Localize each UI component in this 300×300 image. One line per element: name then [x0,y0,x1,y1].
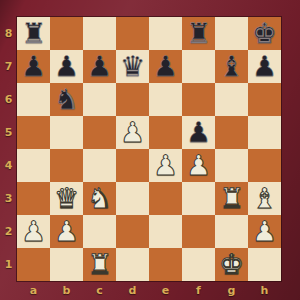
square-a4[interactable] [17,149,50,182]
piece-black-queen: ♛ [116,50,149,83]
square-b5[interactable] [50,116,83,149]
rank-label-7: 7 [0,50,17,83]
file-label-e: e [149,281,182,300]
square-f3[interactable] [182,182,215,215]
square-c7[interactable]: ♟ [83,50,116,83]
piece-white-pawn: ♟ [116,116,149,149]
square-b6[interactable]: ♞ [50,83,83,116]
square-b8[interactable] [50,17,83,50]
piece-white-rook: ♜ [215,182,248,215]
piece-black-bishop: ♝ [215,50,248,83]
square-h4[interactable] [248,149,281,182]
file-label-c: c [83,281,116,300]
piece-black-pawn: ♟ [182,116,215,149]
square-g3[interactable]: ♜ [215,182,248,215]
rank-label-4: 4 [0,149,17,182]
square-d5[interactable]: ♟ [116,116,149,149]
piece-black-pawn: ♟ [17,50,50,83]
rank-label-5: 5 [0,116,17,149]
piece-black-pawn: ♟ [149,50,182,83]
piece-white-king: ♚ [215,248,248,281]
square-e4[interactable]: ♟ [149,149,182,182]
square-h7[interactable]: ♟ [248,50,281,83]
square-c4[interactable] [83,149,116,182]
rank-label-8: 8 [0,17,17,50]
square-d7[interactable]: ♛ [116,50,149,83]
rank-label-3: 3 [0,182,17,215]
piece-black-pawn: ♟ [248,50,281,83]
square-d2[interactable] [116,215,149,248]
square-g2[interactable] [215,215,248,248]
square-e2[interactable] [149,215,182,248]
square-b7[interactable]: ♟ [50,50,83,83]
square-g1[interactable]: ♚ [215,248,248,281]
square-f2[interactable] [182,215,215,248]
piece-white-rook: ♜ [83,248,116,281]
rank-label-2: 2 [0,215,17,248]
file-label-f: f [182,281,215,300]
square-h2[interactable]: ♟ [248,215,281,248]
square-b4[interactable] [50,149,83,182]
square-e3[interactable] [149,182,182,215]
square-e1[interactable] [149,248,182,281]
square-d1[interactable] [116,248,149,281]
square-a1[interactable] [17,248,50,281]
square-h6[interactable] [248,83,281,116]
square-f8[interactable]: ♜ [182,17,215,50]
square-d3[interactable] [116,182,149,215]
square-h5[interactable] [248,116,281,149]
square-c1[interactable]: ♜ [83,248,116,281]
piece-white-knight: ♞ [83,182,116,215]
square-e8[interactable] [149,17,182,50]
file-label-g: g [215,281,248,300]
square-c5[interactable] [83,116,116,149]
piece-black-king: ♚ [248,17,281,50]
square-a5[interactable] [17,116,50,149]
square-b2[interactable]: ♟ [50,215,83,248]
square-d4[interactable] [116,149,149,182]
square-b3[interactable]: ♛ [50,182,83,215]
square-g4[interactable] [215,149,248,182]
piece-white-pawn: ♟ [248,215,281,248]
square-c2[interactable] [83,215,116,248]
square-a3[interactable] [17,182,50,215]
piece-white-pawn: ♟ [17,215,50,248]
square-h1[interactable] [248,248,281,281]
square-f6[interactable] [182,83,215,116]
file-label-b: b [50,281,83,300]
chess-board: ♜♜♚♟♟♟♛♟♝♟♞♟♟♟♟♛♞♜♝♟♟♟♜♚ [17,17,281,281]
square-f5[interactable]: ♟ [182,116,215,149]
square-g5[interactable] [215,116,248,149]
piece-black-pawn: ♟ [50,50,83,83]
rank-label-1: 1 [0,248,17,281]
rank-labels: 87654321 [0,17,17,281]
chess-board-frame: 87654321 ♜♜♚♟♟♟♛♟♝♟♞♟♟♟♟♛♞♜♝♟♟♟♜♚ abcdef… [0,0,300,300]
square-c8[interactable] [83,17,116,50]
piece-white-pawn: ♟ [50,215,83,248]
square-f4[interactable]: ♟ [182,149,215,182]
file-labels: abcdefgh [17,281,281,300]
square-g7[interactable]: ♝ [215,50,248,83]
file-label-a: a [17,281,50,300]
square-a7[interactable]: ♟ [17,50,50,83]
square-e6[interactable] [149,83,182,116]
square-f1[interactable] [182,248,215,281]
square-b1[interactable] [50,248,83,281]
file-label-h: h [248,281,281,300]
square-h3[interactable]: ♝ [248,182,281,215]
piece-black-pawn: ♟ [83,50,116,83]
piece-black-rook: ♜ [17,17,50,50]
piece-black-rook: ♜ [182,17,215,50]
square-e7[interactable]: ♟ [149,50,182,83]
piece-white-pawn: ♟ [149,149,182,182]
piece-black-knight: ♞ [50,83,83,116]
piece-white-queen: ♛ [50,182,83,215]
square-a8[interactable]: ♜ [17,17,50,50]
square-d8[interactable] [116,17,149,50]
piece-white-bishop: ♝ [248,182,281,215]
square-g8[interactable] [215,17,248,50]
square-g6[interactable] [215,83,248,116]
piece-white-pawn: ♟ [182,149,215,182]
square-h8[interactable]: ♚ [248,17,281,50]
square-f7[interactable] [182,50,215,83]
square-d6[interactable] [116,83,149,116]
rank-label-6: 6 [0,83,17,116]
square-a6[interactable] [17,83,50,116]
square-e5[interactable] [149,116,182,149]
square-c6[interactable] [83,83,116,116]
file-label-d: d [116,281,149,300]
square-a2[interactable]: ♟ [17,215,50,248]
square-c3[interactable]: ♞ [83,182,116,215]
